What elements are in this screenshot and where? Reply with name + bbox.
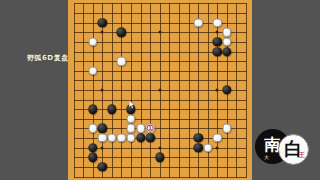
- white-stone[interactable]: [213, 18, 222, 27]
- white-stone[interactable]: [117, 56, 126, 65]
- grid-line-vertical: [189, 3, 190, 177]
- logo-seal-char: 王: [299, 151, 305, 160]
- last-move-marker: 1: [147, 125, 154, 132]
- grid-line-horizontal: [74, 177, 248, 178]
- white-stone[interactable]: [222, 37, 231, 46]
- go-board[interactable]: 1: [68, 0, 252, 180]
- star-point: [101, 146, 104, 149]
- white-stone[interactable]: [98, 133, 107, 142]
- white-stone[interactable]: [126, 124, 135, 133]
- star-point: [101, 31, 104, 34]
- grid-line-horizontal: [74, 119, 248, 120]
- black-stone[interactable]: [213, 47, 222, 56]
- black-stone[interactable]: [88, 153, 97, 162]
- star-point: [158, 31, 161, 34]
- white-stone[interactable]: [213, 133, 222, 142]
- grid-line-vertical: [179, 3, 180, 177]
- grid-line-horizontal: [74, 100, 248, 101]
- black-stone[interactable]: [146, 133, 155, 142]
- black-stone[interactable]: [222, 47, 231, 56]
- star-point: [158, 88, 161, 91]
- white-stone[interactable]: [193, 18, 202, 27]
- star-point: [158, 146, 161, 149]
- black-stone[interactable]: [98, 162, 107, 171]
- star-point: [216, 88, 219, 91]
- white-stone[interactable]: [88, 66, 97, 75]
- video-frame: 野狐6D复盘 1 南 大 白 王: [0, 0, 320, 180]
- white-stone[interactable]: [107, 133, 116, 142]
- black-stone[interactable]: [98, 18, 107, 27]
- star-point: [216, 31, 219, 34]
- black-stone[interactable]: [155, 153, 164, 162]
- black-stone[interactable]: [98, 124, 107, 133]
- star-point: [216, 146, 219, 149]
- white-stone[interactable]: [88, 37, 97, 46]
- black-stone[interactable]: [107, 105, 116, 114]
- white-stone[interactable]: [222, 28, 231, 37]
- black-stone[interactable]: [117, 28, 126, 37]
- white-stone[interactable]: [126, 133, 135, 142]
- black-stone[interactable]: [222, 85, 231, 94]
- black-stone[interactable]: [88, 143, 97, 152]
- mouse-cursor-icon: [129, 100, 136, 109]
- black-stone[interactable]: [193, 143, 202, 152]
- white-stone[interactable]: [136, 124, 145, 133]
- logo-black-sub-char: 大: [264, 154, 269, 160]
- grid-line-vertical: [246, 3, 247, 177]
- white-stone[interactable]: [117, 133, 126, 142]
- channel-logo: 南 大 白 王: [254, 128, 320, 172]
- white-stone[interactable]: [88, 124, 97, 133]
- grid-line-vertical: [236, 3, 237, 177]
- white-stone[interactable]: [126, 114, 135, 123]
- black-stone[interactable]: [88, 105, 97, 114]
- star-point: [101, 88, 104, 91]
- white-stone[interactable]: [222, 124, 231, 133]
- black-stone[interactable]: [136, 133, 145, 142]
- review-caption: 野狐6D复盘: [27, 53, 69, 63]
- black-stone[interactable]: [213, 37, 222, 46]
- grid-line-horizontal: [74, 109, 248, 110]
- logo-white-disc: 白 王: [278, 134, 309, 165]
- white-stone[interactable]: [203, 143, 212, 152]
- grid-line-vertical: [169, 3, 170, 177]
- black-stone[interactable]: [193, 133, 202, 142]
